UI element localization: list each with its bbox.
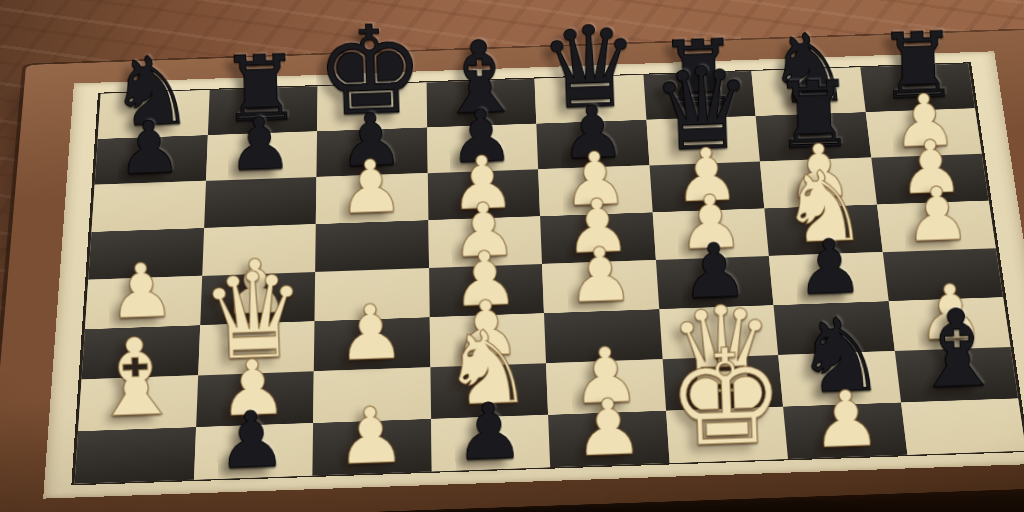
piece-white-pawn: ♟ — [572, 391, 644, 465]
piece-black-bishop: ♝ — [908, 298, 1007, 399]
square-f1: ♚ — [666, 406, 788, 463]
piece-black-pawn: ♟ — [226, 109, 293, 178]
square-c1: ♟ — [312, 419, 431, 476]
square-e4: ♟ — [542, 260, 659, 313]
piece-white-pawn: ♟ — [565, 239, 634, 310]
square-b1: ♟ — [193, 423, 313, 480]
square-d1: ♟ — [431, 415, 551, 472]
square-a6 — [92, 181, 206, 232]
piece-black-pawn: ♟ — [216, 403, 288, 477]
piece-black-pawn: ♟ — [453, 395, 525, 469]
square-h5: ♟ — [876, 200, 995, 252]
square-e1: ♟ — [548, 411, 669, 468]
square-c6: ♟ — [316, 173, 428, 224]
chess-board: ♞♜♚♝♛♜♞♜♟♟♟♟♟♛♜♟♟♟♟♟♟♟♟♟♟♞♟♟♟♟♟♟♟♛♟♟♟♝♟♞… — [0, 30, 1024, 512]
piece-black-pawn: ♟ — [115, 113, 182, 182]
board-grid: ♞♜♚♝♛♜♞♜♟♟♟♟♟♛♜♟♟♟♟♟♟♟♟♟♟♞♟♟♟♟♟♟♟♛♟♟♟♝♟♞… — [71, 62, 1024, 485]
board-walnut-frame: ♞♜♚♝♛♜♞♜♟♟♟♟♟♛♜♟♟♟♟♟♟♟♟♟♟♞♟♟♟♟♟♟♟♛♟♟♟♝♟♞… — [0, 30, 1024, 512]
piece-white-pawn: ♟ — [337, 152, 405, 222]
piece-white-king: ♚ — [665, 335, 788, 461]
square-h2: ♝ — [894, 347, 1018, 402]
square-a2: ♝ — [78, 375, 198, 431]
piece-white-pawn: ♟ — [903, 179, 972, 249]
square-b7: ♟ — [206, 131, 317, 181]
square-h1 — [901, 398, 1024, 455]
board-maple-margin: ♞♜♚♝♛♜♞♜♟♟♟♟♟♛♜♟♟♟♟♟♟♟♟♟♟♞♟♟♟♟♟♟♟♛♟♟♟♝♟♞… — [43, 51, 1024, 498]
piece-white-pawn: ♟ — [335, 296, 405, 368]
piece-white-bishop: ♝ — [86, 327, 185, 428]
square-a1 — [75, 427, 196, 484]
piece-black-pawn: ♟ — [795, 231, 864, 302]
piece-white-pawn: ♟ — [810, 382, 882, 456]
square-c3: ♟ — [314, 317, 430, 371]
square-g1: ♟ — [783, 402, 907, 459]
square-c5 — [315, 220, 428, 272]
chess-scene: ♞♜♚♝♛♜♞♜♟♟♟♟♟♛♜♟♟♟♟♟♟♟♟♟♟♞♟♟♟♟♟♟♟♛♟♟♟♝♟♞… — [0, 0, 1024, 512]
piece-white-pawn: ♟ — [335, 399, 407, 473]
square-b6 — [204, 177, 317, 228]
square-a7: ♟ — [95, 135, 208, 185]
